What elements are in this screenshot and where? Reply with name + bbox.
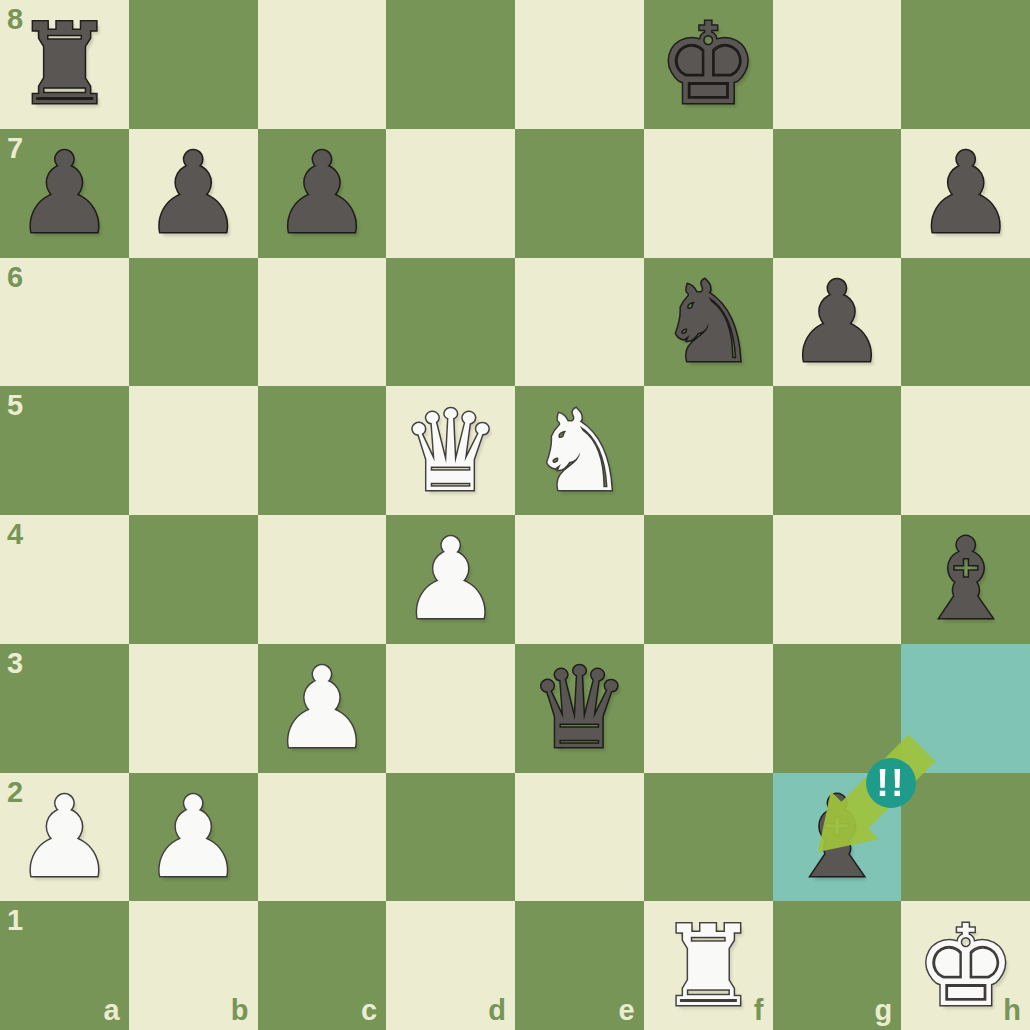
piece-black-bishop-g2[interactable]: ♝ <box>787 781 887 893</box>
square-h4[interactable]: ♝ <box>901 515 1030 644</box>
square-f6[interactable]: ♞ <box>644 258 773 387</box>
square-a3[interactable]: 3 <box>0 644 129 773</box>
square-a5[interactable]: 5 <box>0 386 129 515</box>
square-d3[interactable] <box>386 644 515 773</box>
square-e3[interactable]: ♛ <box>515 644 644 773</box>
square-e4[interactable] <box>515 515 644 644</box>
piece-white-queen-d5[interactable]: ♛ <box>400 395 500 507</box>
file-label-c: c <box>361 996 377 1025</box>
piece-black-king-f8[interactable]: ♚ <box>658 8 758 120</box>
file-label-g: g <box>875 996 893 1025</box>
square-g8[interactable] <box>773 0 902 129</box>
square-b1[interactable]: b <box>129 901 258 1030</box>
square-c4[interactable] <box>258 515 387 644</box>
square-f7[interactable] <box>644 129 773 258</box>
square-d1[interactable]: d <box>386 901 515 1030</box>
square-h6[interactable] <box>901 258 1030 387</box>
square-e1[interactable]: e <box>515 901 644 1030</box>
square-d2[interactable] <box>386 773 515 902</box>
piece-white-pawn-b2[interactable]: ♟ <box>143 781 243 893</box>
square-c8[interactable] <box>258 0 387 129</box>
square-d6[interactable] <box>386 258 515 387</box>
piece-black-pawn-c7[interactable]: ♟ <box>272 137 372 249</box>
square-g6[interactable]: ♟ <box>773 258 902 387</box>
square-b7[interactable]: ♟ <box>129 129 258 258</box>
square-e6[interactable] <box>515 258 644 387</box>
piece-white-knight-e5[interactable]: ♞ <box>529 395 629 507</box>
square-g4[interactable] <box>773 515 902 644</box>
square-h2[interactable] <box>901 773 1030 902</box>
square-h5[interactable] <box>901 386 1030 515</box>
piece-black-rook-a8[interactable]: ♜ <box>14 8 114 120</box>
square-f2[interactable] <box>644 773 773 902</box>
square-h7[interactable]: ♟ <box>901 129 1030 258</box>
file-label-d: d <box>488 996 506 1025</box>
chess-board: ♜8♚♟7♟♟♟6♞♟5♛♞4♟♝3♟♛♟2♟♝1abcde♜fg♚h <box>0 0 1030 1030</box>
square-a7[interactable]: ♟7 <box>0 129 129 258</box>
square-c7[interactable]: ♟ <box>258 129 387 258</box>
square-f4[interactable] <box>644 515 773 644</box>
square-c5[interactable] <box>258 386 387 515</box>
file-label-e: e <box>619 996 635 1025</box>
square-h3[interactable] <box>901 644 1030 773</box>
rank-label-5: 5 <box>7 391 23 420</box>
rank-label-3: 3 <box>7 649 23 678</box>
piece-black-pawn-g6[interactable]: ♟ <box>787 266 887 378</box>
square-h8[interactable] <box>901 0 1030 129</box>
piece-white-pawn-c3[interactable]: ♟ <box>272 652 372 764</box>
square-d5[interactable]: ♛ <box>386 386 515 515</box>
square-e7[interactable] <box>515 129 644 258</box>
square-b2[interactable]: ♟ <box>129 773 258 902</box>
square-g1[interactable]: g <box>773 901 902 1030</box>
square-f1[interactable]: ♜f <box>644 901 773 1030</box>
square-b6[interactable] <box>129 258 258 387</box>
rank-label-4: 4 <box>7 520 23 549</box>
piece-white-pawn-a2[interactable]: ♟ <box>14 781 114 893</box>
square-a1[interactable]: 1a <box>0 901 129 1030</box>
square-b5[interactable] <box>129 386 258 515</box>
piece-black-pawn-b7[interactable]: ♟ <box>143 137 243 249</box>
rank-label-6: 6 <box>7 263 23 292</box>
square-a6[interactable]: 6 <box>0 258 129 387</box>
square-h1[interactable]: ♚h <box>901 901 1030 1030</box>
file-label-a: a <box>104 996 120 1025</box>
square-e5[interactable]: ♞ <box>515 386 644 515</box>
piece-black-queen-e3[interactable]: ♛ <box>529 652 629 764</box>
square-a8[interactable]: ♜8 <box>0 0 129 129</box>
square-b3[interactable] <box>129 644 258 773</box>
square-e8[interactable] <box>515 0 644 129</box>
rank-label-1: 1 <box>7 906 23 935</box>
square-g2[interactable]: ♝ <box>773 773 902 902</box>
square-e2[interactable] <box>515 773 644 902</box>
square-f8[interactable]: ♚ <box>644 0 773 129</box>
piece-black-knight-f6[interactable]: ♞ <box>658 266 758 378</box>
piece-black-bishop-h4[interactable]: ♝ <box>915 523 1015 635</box>
piece-white-pawn-d4[interactable]: ♟ <box>400 523 500 635</box>
square-a4[interactable]: 4 <box>0 515 129 644</box>
square-d8[interactable] <box>386 0 515 129</box>
square-f5[interactable] <box>644 386 773 515</box>
square-b4[interactable] <box>129 515 258 644</box>
square-d7[interactable] <box>386 129 515 258</box>
square-d4[interactable]: ♟ <box>386 515 515 644</box>
square-g5[interactable] <box>773 386 902 515</box>
square-g7[interactable] <box>773 129 902 258</box>
square-f3[interactable] <box>644 644 773 773</box>
square-c2[interactable] <box>258 773 387 902</box>
piece-black-pawn-a7[interactable]: ♟ <box>14 137 114 249</box>
square-c6[interactable] <box>258 258 387 387</box>
square-a2[interactable]: ♟2 <box>0 773 129 902</box>
file-label-b: b <box>231 996 249 1025</box>
square-g3[interactable] <box>773 644 902 773</box>
square-c1[interactable]: c <box>258 901 387 1030</box>
square-c3[interactable]: ♟ <box>258 644 387 773</box>
piece-white-rook-f1[interactable]: ♜ <box>658 910 758 1022</box>
piece-black-pawn-h7[interactable]: ♟ <box>915 137 1015 249</box>
piece-white-king-h1[interactable]: ♚ <box>915 910 1015 1022</box>
square-b8[interactable] <box>129 0 258 129</box>
